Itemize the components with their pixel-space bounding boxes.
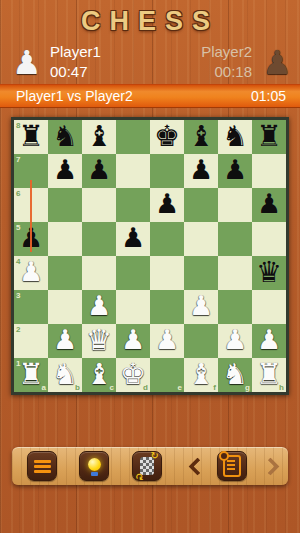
chevron-left-icon: [188, 457, 206, 475]
piece-white-pawn[interactable]: ♟: [48, 324, 82, 358]
piece-white-pawn[interactable]: ♟: [218, 324, 252, 358]
piece-black-pawn[interactable]: ♟: [150, 188, 184, 222]
square-d7[interactable]: [116, 154, 150, 188]
square-b3[interactable]: [48, 290, 82, 324]
square-h4[interactable]: ♛: [252, 256, 286, 290]
piece-black-pawn[interactable]: ♟: [184, 154, 218, 188]
square-b4[interactable]: [48, 256, 82, 290]
square-d3[interactable]: [116, 290, 150, 324]
square-d1[interactable]: d♚: [116, 358, 150, 392]
square-e8[interactable]: ♚: [150, 120, 184, 154]
square-c7[interactable]: ♟: [82, 154, 116, 188]
square-e6[interactable]: ♟: [150, 188, 184, 222]
square-g4[interactable]: [218, 256, 252, 290]
square-f5[interactable]: [184, 222, 218, 256]
square-g2[interactable]: ♟: [218, 324, 252, 358]
player2-clock: 00:18: [201, 62, 252, 81]
brown-pawn-icon: ♟: [262, 43, 292, 83]
square-d4[interactable]: [116, 256, 150, 290]
square-c2[interactable]: ♛: [82, 324, 116, 358]
square-d5[interactable]: ♟: [116, 222, 150, 256]
player1-block: Player1 00:47: [50, 42, 101, 81]
square-f8[interactable]: ♝: [184, 120, 218, 154]
square-c6[interactable]: [82, 188, 116, 222]
file-label-e: e: [178, 383, 182, 392]
square-c5[interactable]: [82, 222, 116, 256]
piece-white-bishop[interactable]: ♝: [82, 358, 116, 392]
piece-black-king[interactable]: ♚: [150, 120, 184, 154]
total-elapsed-time: 01:05: [251, 85, 286, 107]
square-b8[interactable]: ♞: [48, 120, 82, 154]
piece-white-rook[interactable]: ♜: [14, 358, 48, 392]
piece-black-queen[interactable]: ♛: [252, 256, 286, 290]
square-h6[interactable]: ♟: [252, 188, 286, 222]
square-h3[interactable]: [252, 290, 286, 324]
player2-name: Player2: [201, 42, 252, 62]
square-b2[interactable]: ♟: [48, 324, 82, 358]
square-c3[interactable]: ♟: [82, 290, 116, 324]
square-h7[interactable]: [252, 154, 286, 188]
piece-white-pawn[interactable]: ♟: [184, 290, 218, 324]
rank-label-7: 7: [16, 155, 20, 164]
piece-white-king[interactable]: ♚: [116, 358, 150, 392]
square-b6[interactable]: [48, 188, 82, 222]
piece-black-pawn[interactable]: ♟: [252, 188, 286, 222]
piece-white-pawn[interactable]: ♟: [82, 290, 116, 324]
square-e7[interactable]: [150, 154, 184, 188]
square-e2[interactable]: ♟: [150, 324, 184, 358]
square-h5[interactable]: [252, 222, 286, 256]
piece-black-pawn[interactable]: ♟: [218, 154, 252, 188]
piece-white-pawn[interactable]: ♟: [14, 256, 48, 290]
piece-white-knight[interactable]: ♞: [218, 358, 252, 392]
square-f6[interactable]: [184, 188, 218, 222]
square-h8[interactable]: ♜: [252, 120, 286, 154]
square-g5[interactable]: [218, 222, 252, 256]
menu-button[interactable]: [27, 451, 57, 481]
square-a3[interactable]: 3: [14, 290, 48, 324]
player1-name: Player1: [50, 42, 101, 62]
square-g7[interactable]: ♟: [218, 154, 252, 188]
square-a1[interactable]: 1a♜: [14, 358, 48, 392]
undo-move-button[interactable]: [185, 456, 205, 476]
rotate-board-icon: ↻↻: [140, 457, 154, 475]
square-e4[interactable]: [150, 256, 184, 290]
white-pawn-icon: ♟: [12, 43, 42, 83]
piece-white-queen[interactable]: ♛: [82, 324, 116, 358]
move-list-icon: [223, 455, 241, 477]
rank-label-3: 3: [16, 291, 20, 300]
square-g8[interactable]: ♞: [218, 120, 252, 154]
lightbulb-icon: [88, 458, 101, 471]
square-f7[interactable]: ♟: [184, 154, 218, 188]
rank-label-6: 6: [16, 189, 20, 198]
square-c4[interactable]: [82, 256, 116, 290]
square-f1[interactable]: f♝: [184, 358, 218, 392]
square-g3[interactable]: [218, 290, 252, 324]
player-info-row: ♟ Player1 00:47 Player2 00:18 ♟: [0, 42, 300, 84]
square-a8[interactable]: 8♜: [14, 120, 48, 154]
square-b1[interactable]: b♞: [48, 358, 82, 392]
hint-button[interactable]: [79, 451, 109, 481]
piece-white-pawn[interactable]: ♟: [150, 324, 184, 358]
piece-black-knight[interactable]: ♞: [218, 120, 252, 154]
square-a4[interactable]: 4♟: [14, 256, 48, 290]
square-b7[interactable]: ♟: [48, 154, 82, 188]
piece-white-pawn[interactable]: ♟: [252, 324, 286, 358]
match-status-bar: Player1 vs Player2 01:05: [0, 84, 300, 108]
square-h2[interactable]: ♟: [252, 324, 286, 358]
square-c1[interactable]: c♝: [82, 358, 116, 392]
square-a2[interactable]: 2: [14, 324, 48, 358]
square-b5[interactable]: [48, 222, 82, 256]
rotate-board-button[interactable]: ↻↻: [132, 451, 162, 481]
piece-white-rook[interactable]: ♜: [252, 358, 286, 392]
player2-block: Player2 00:18: [201, 42, 252, 81]
hamburger-icon: [34, 460, 51, 473]
move-list-button[interactable]: [217, 451, 247, 481]
square-e5[interactable]: [150, 222, 184, 256]
piece-black-knight[interactable]: ♞: [48, 120, 82, 154]
square-f4[interactable]: [184, 256, 218, 290]
piece-black-pawn[interactable]: ♟: [82, 154, 116, 188]
square-d2[interactable]: ♟: [116, 324, 150, 358]
redo-move-button[interactable]: [258, 456, 278, 476]
square-e3[interactable]: [150, 290, 184, 324]
piece-black-bishop[interactable]: ♝: [82, 120, 116, 154]
piece-white-bishop[interactable]: ♝: [184, 358, 218, 392]
piece-black-pawn[interactable]: ♟: [116, 222, 150, 256]
square-d6[interactable]: [116, 188, 150, 222]
last-move-indicator: [30, 180, 32, 252]
piece-black-pawn[interactable]: ♟: [48, 154, 82, 188]
bottom-toolbar: ↻↻: [12, 447, 288, 485]
piece-white-knight[interactable]: ♞: [48, 358, 82, 392]
square-f3[interactable]: ♟: [184, 290, 218, 324]
square-g6[interactable]: [218, 188, 252, 222]
square-f2[interactable]: [184, 324, 218, 358]
piece-black-rook[interactable]: ♜: [14, 120, 48, 154]
square-e1[interactable]: e: [150, 358, 184, 392]
match-label: Player1 vs Player2: [16, 85, 133, 107]
chess-board-frame: 8♜♞♝♚♝♞♜7♟♟♟♟6♟♟5♟♟4♟♛3♟♟2♟♛♟♟♟♟1a♜b♞c♝d…: [11, 117, 289, 395]
chess-app-screen: CHESS ♟ Player1 00:47 Player2 00:18 ♟ Pl…: [0, 0, 300, 533]
chess-board[interactable]: 8♜♞♝♚♝♞♜7♟♟♟♟6♟♟5♟♟4♟♛3♟♟2♟♛♟♟♟♟1a♜b♞c♝d…: [14, 120, 286, 392]
piece-black-bishop[interactable]: ♝: [184, 120, 218, 154]
rank-label-2: 2: [16, 325, 20, 334]
piece-black-rook[interactable]: ♜: [252, 120, 286, 154]
square-g1[interactable]: g♞: [218, 358, 252, 392]
player1-clock: 00:47: [50, 62, 101, 81]
square-h1[interactable]: h♜: [252, 358, 286, 392]
square-c8[interactable]: ♝: [82, 120, 116, 154]
piece-white-pawn[interactable]: ♟: [116, 324, 150, 358]
square-d8[interactable]: [116, 120, 150, 154]
chevron-right-icon: [261, 457, 279, 475]
app-title: CHESS: [0, 6, 300, 37]
